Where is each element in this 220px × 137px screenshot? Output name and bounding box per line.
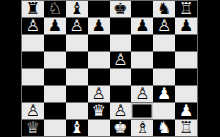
piece-white-king: ♚ [113,120,127,136]
piece-black-bishop: ♝ [70,1,84,17]
square-g4[interactable] [153,69,175,85]
square-f1[interactable]: ♗ [131,120,153,136]
square-g8[interactable]: ♞ [153,1,175,17]
piece-black-rook: ♖ [179,1,193,17]
square-d2[interactable]: ♛ [88,103,110,119]
square-e5[interactable]: ♙ [110,52,132,68]
square-g1[interactable]: ♞ [153,120,175,136]
square-f6[interactable] [131,35,153,51]
piece-white-pawn: ♟ [179,103,193,119]
piece-white-rook: ♖ [179,120,193,136]
square-h5[interactable] [175,52,197,68]
square-b6[interactable] [44,35,66,51]
square-f3[interactable]: ♙ [131,86,153,102]
square-e6[interactable] [110,35,132,51]
square-b4[interactable] [44,69,66,85]
square-e7[interactable] [110,18,132,34]
square-d6[interactable] [88,35,110,51]
square-b5[interactable] [44,52,66,68]
square-h6[interactable] [175,35,197,51]
piece-black-pawn: ♟ [91,18,105,34]
piece-black-knight: ♘ [48,1,62,17]
square-c2[interactable] [66,103,88,119]
square-f7[interactable]: ♟ [131,18,153,34]
piece-black-queen: ♕ [26,120,40,136]
square-h1[interactable]: ♖ [175,120,197,136]
square-f4[interactable] [131,69,153,85]
square-c8[interactable]: ♝ [66,1,88,17]
square-b8[interactable]: ♘ [44,1,66,17]
square-c4[interactable] [66,69,88,85]
piece-black-pawn: ♙ [26,18,40,34]
square-e4[interactable] [110,69,132,85]
square-b2[interactable] [44,103,66,119]
square-a3[interactable] [22,86,44,102]
square-g3[interactable]: ♟ [153,86,175,102]
piece-black-pawn: ♟ [179,18,193,34]
square-d7[interactable]: ♟ [88,18,110,34]
piece-white-pawn: ♙ [26,103,40,119]
square-f2-highlighted[interactable] [131,103,153,119]
square-d8[interactable] [88,1,110,17]
piece-white-knight: ♞ [157,120,171,136]
piece-white-bishop: ♝ [70,120,84,136]
piece-black-rook: ♜ [26,1,40,17]
piece-black-king: ♚ [113,1,127,17]
square-d4[interactable] [88,69,110,85]
square-c1[interactable]: ♝ [66,120,88,136]
square-d5[interactable] [88,52,110,68]
square-a7[interactable]: ♙ [22,18,44,34]
piece-white-queen: ♛ [91,103,105,119]
piece-black-pawn: ♟ [48,18,62,34]
square-c7[interactable]: ♙ [66,18,88,34]
square-g6[interactable] [153,35,175,51]
square-h8[interactable]: ♖ [175,1,197,17]
square-e3[interactable] [110,86,132,102]
chess-board: ♜♘♝♚♞♖♙♟♙♟♟♙♟♙♙♙♟♙♛♙♟♕♝♚♗♞♖ [21,0,198,137]
square-b7[interactable]: ♟ [44,18,66,34]
square-e2[interactable]: ♙ [110,103,132,119]
square-a4[interactable] [22,69,44,85]
square-a5[interactable] [22,52,44,68]
square-a8[interactable]: ♜ [22,1,44,17]
piece-white-bishop: ♗ [135,120,149,136]
square-b3[interactable] [44,86,66,102]
piece-black-pawn: ♙ [113,52,127,68]
square-g2[interactable] [153,103,175,119]
piece-white-pawn: ♙ [91,86,105,102]
piece-black-knight: ♞ [157,1,171,17]
square-h3[interactable] [175,86,197,102]
square-d1[interactable] [88,120,110,136]
piece-black-pawn: ♙ [70,18,84,34]
square-f5[interactable] [131,52,153,68]
square-g5[interactable] [153,52,175,68]
piece-black-pawn: ♟ [135,18,149,34]
piece-white-pawn: ♙ [135,86,149,102]
square-a1[interactable]: ♕ [22,120,44,136]
square-e8[interactable]: ♚ [110,1,132,17]
square-h4[interactable] [175,69,197,85]
square-a2[interactable]: ♙ [22,103,44,119]
square-g7[interactable]: ♙ [153,18,175,34]
piece-white-pawn: ♙ [113,103,127,119]
piece-black-pawn: ♙ [157,18,171,34]
square-h2[interactable]: ♟ [175,103,197,119]
square-d3[interactable]: ♙ [88,86,110,102]
square-c3[interactable] [66,86,88,102]
square-e1[interactable]: ♚ [110,120,132,136]
square-a6[interactable] [22,35,44,51]
chess-app-window: ♜♘♝♚♞♖♙♟♙♟♟♙♟♙♙♙♟♙♛♙♟♕♝♚♗♞♖ [0,0,220,137]
square-c5[interactable] [66,52,88,68]
piece-white-pawn: ♟ [157,86,171,102]
square-h7[interactable]: ♟ [175,18,197,34]
square-c6[interactable] [66,35,88,51]
square-b1[interactable] [44,120,66,136]
square-f8[interactable] [131,1,153,17]
